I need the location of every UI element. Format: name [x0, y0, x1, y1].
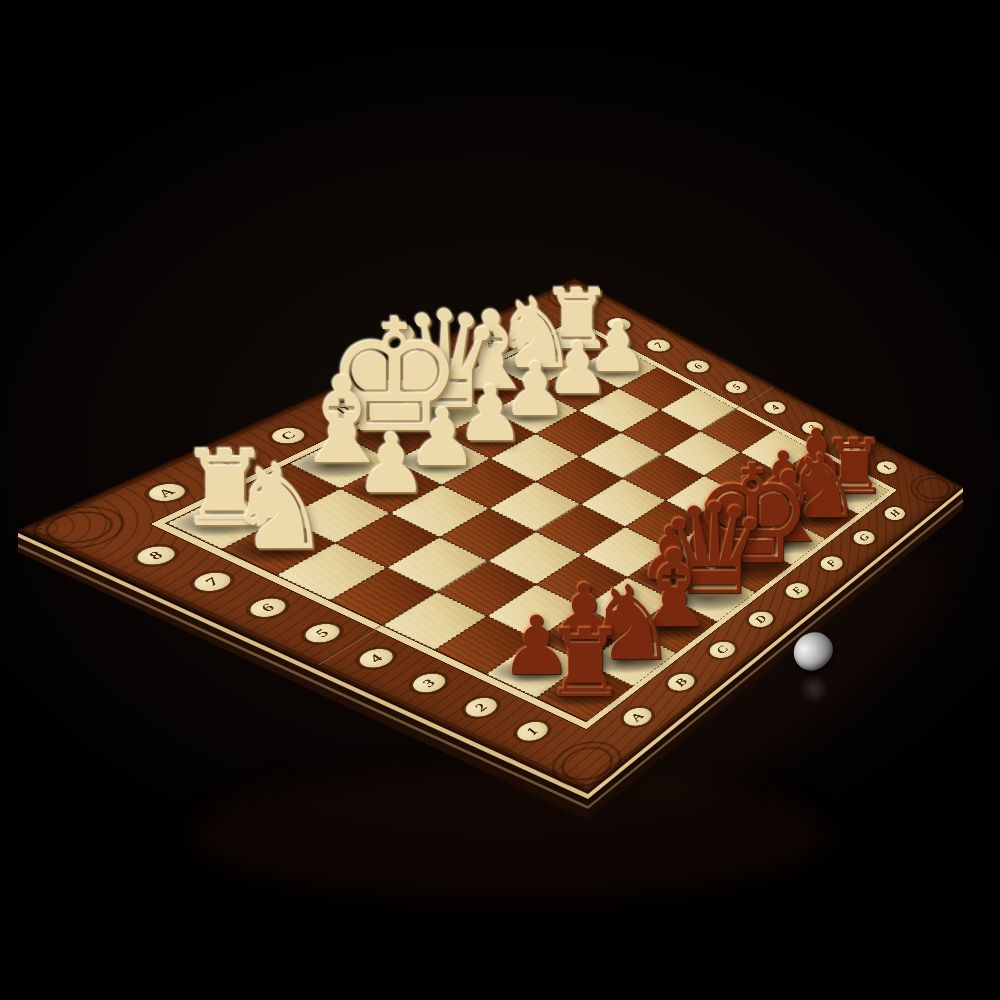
rank-label-1-right-text: 1 [881, 464, 894, 472]
rank-label-1-left-text: 1 [523, 726, 543, 737]
file-label-F-near-text: F [824, 559, 840, 569]
rank-label-2-left-text: 2 [471, 702, 491, 713]
floor-reflection [190, 770, 830, 900]
rank-label-8-right-text: 8 [611, 320, 626, 328]
rank-label-7-right-text: 7 [651, 341, 666, 349]
rank-label-5-left-text: 5 [311, 628, 333, 639]
rank-label-3-right-text: 3 [806, 424, 820, 432]
rank-label-8-left-text: 8 [144, 550, 167, 561]
rank-label-3-left-text: 3 [419, 678, 440, 689]
file-label-H-far-text: H [522, 317, 541, 327]
file-label-E-near-text: E [789, 586, 806, 596]
rank-label-4-right-text: 4 [768, 404, 782, 412]
file-label-A-near-text: A [627, 711, 647, 723]
file-label-G-far-text: G [479, 337, 498, 347]
file-label-E-far-text: E [384, 381, 405, 391]
file-label-C-far-text: C [276, 430, 299, 441]
clasp-reflection [799, 676, 829, 702]
file-label-A-far-text: A [154, 487, 179, 499]
rank-label-7-left-text: 7 [201, 576, 224, 587]
file-label-B-near-text: B [672, 677, 691, 689]
rank-label-6-right-text: 6 [691, 362, 706, 370]
rank-label-4-left-text: 4 [365, 653, 386, 664]
file-label-B-far-text: B [217, 457, 241, 468]
file-label-H-near-text: H [887, 509, 903, 519]
file-label-D-near-text: D [752, 614, 770, 625]
rank-label-2-right-text: 2 [843, 444, 857, 452]
file-label-D-far-text: D [332, 404, 354, 415]
file-label-G-near-text: G [856, 533, 872, 543]
rank-label-6-left-text: 6 [256, 602, 278, 613]
rank-label-5-right-text: 5 [729, 383, 743, 391]
file-label-F-far-text: F [433, 358, 453, 368]
product-photo-scene: 1122334455667788AABBCCDDEEFFGGHH ♜♞♝♚♛♝♞… [0, 0, 1000, 1000]
file-label-C-near-text: C [713, 644, 731, 655]
